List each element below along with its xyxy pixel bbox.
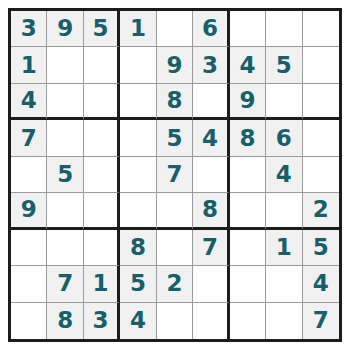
cell-r5c9[interactable] bbox=[303, 157, 339, 193]
cell-r3c7[interactable]: 9 bbox=[230, 84, 266, 120]
cell-r3c1[interactable]: 4 bbox=[11, 84, 47, 120]
cell-r2c8[interactable]: 5 bbox=[266, 47, 302, 83]
cell-r8c9[interactable]: 4 bbox=[303, 266, 339, 302]
cell-r8c2[interactable]: 7 bbox=[47, 266, 83, 302]
cell-r4c2[interactable] bbox=[47, 120, 83, 156]
cell-r6c3[interactable] bbox=[84, 193, 120, 229]
cell-r3c2[interactable] bbox=[47, 84, 83, 120]
cell-r9c9[interactable]: 7 bbox=[303, 303, 339, 339]
cell-r7c2[interactable] bbox=[47, 230, 83, 266]
cell-r1c7[interactable] bbox=[230, 11, 266, 47]
cell-r1c5[interactable] bbox=[157, 11, 193, 47]
cell-r8c7[interactable] bbox=[230, 266, 266, 302]
board-wrapper: 3951619345489754865749828715715248347 bbox=[8, 8, 342, 342]
cell-r9c5[interactable] bbox=[157, 303, 193, 339]
cell-r2c4[interactable] bbox=[120, 47, 156, 83]
cell-r8c8[interactable] bbox=[266, 266, 302, 302]
cell-r3c8[interactable] bbox=[266, 84, 302, 120]
cell-r9c1[interactable] bbox=[11, 303, 47, 339]
cell-r8c3[interactable]: 1 bbox=[84, 266, 120, 302]
cell-r7c6[interactable]: 7 bbox=[193, 230, 229, 266]
cell-r1c2[interactable]: 9 bbox=[47, 11, 83, 47]
cell-r4c6[interactable]: 4 bbox=[193, 120, 229, 156]
cell-r6c7[interactable] bbox=[230, 193, 266, 229]
cell-r5c3[interactable] bbox=[84, 157, 120, 193]
cell-r5c1[interactable] bbox=[11, 157, 47, 193]
sudoku-board: 3951619345489754865749828715715248347 bbox=[8, 8, 342, 342]
cell-r4c8[interactable]: 6 bbox=[266, 120, 302, 156]
cell-r5c7[interactable] bbox=[230, 157, 266, 193]
cell-r2c9[interactable] bbox=[303, 47, 339, 83]
cell-r2c3[interactable] bbox=[84, 47, 120, 83]
cell-r5c5[interactable]: 7 bbox=[157, 157, 193, 193]
cell-r6c5[interactable] bbox=[157, 193, 193, 229]
cell-r5c8[interactable]: 4 bbox=[266, 157, 302, 193]
cell-r6c1[interactable]: 9 bbox=[11, 193, 47, 229]
cell-r2c6[interactable]: 3 bbox=[193, 47, 229, 83]
cell-r4c9[interactable] bbox=[303, 120, 339, 156]
cell-r9c7[interactable] bbox=[230, 303, 266, 339]
cell-r7c8[interactable]: 1 bbox=[266, 230, 302, 266]
cell-r8c4[interactable]: 5 bbox=[120, 266, 156, 302]
cell-r9c3[interactable]: 3 bbox=[84, 303, 120, 339]
cell-r9c8[interactable] bbox=[266, 303, 302, 339]
cell-r1c3[interactable]: 5 bbox=[84, 11, 120, 47]
cell-r3c3[interactable] bbox=[84, 84, 120, 120]
cell-r4c5[interactable]: 5 bbox=[157, 120, 193, 156]
cell-r2c7[interactable]: 4 bbox=[230, 47, 266, 83]
cell-r1c1[interactable]: 3 bbox=[11, 11, 47, 47]
cell-r7c1[interactable] bbox=[11, 230, 47, 266]
cell-r3c5[interactable]: 8 bbox=[157, 84, 193, 120]
cell-r7c7[interactable] bbox=[230, 230, 266, 266]
cell-r2c1[interactable]: 1 bbox=[11, 47, 47, 83]
cell-r4c3[interactable] bbox=[84, 120, 120, 156]
cell-r4c4[interactable] bbox=[120, 120, 156, 156]
cell-r2c2[interactable] bbox=[47, 47, 83, 83]
cell-r6c6[interactable]: 8 bbox=[193, 193, 229, 229]
cell-r3c9[interactable] bbox=[303, 84, 339, 120]
cell-r3c4[interactable] bbox=[120, 84, 156, 120]
cell-r6c4[interactable] bbox=[120, 193, 156, 229]
cell-r1c6[interactable]: 6 bbox=[193, 11, 229, 47]
cell-r1c4[interactable]: 1 bbox=[120, 11, 156, 47]
cell-r1c9[interactable] bbox=[303, 11, 339, 47]
cell-r6c8[interactable] bbox=[266, 193, 302, 229]
cell-r3c6[interactable] bbox=[193, 84, 229, 120]
cell-r7c3[interactable] bbox=[84, 230, 120, 266]
cell-r8c5[interactable]: 2 bbox=[157, 266, 193, 302]
cell-r2c5[interactable]: 9 bbox=[157, 47, 193, 83]
cell-r7c9[interactable]: 5 bbox=[303, 230, 339, 266]
cell-r5c2[interactable]: 5 bbox=[47, 157, 83, 193]
cell-r6c2[interactable] bbox=[47, 193, 83, 229]
cell-r6c9[interactable]: 2 bbox=[303, 193, 339, 229]
cell-r7c4[interactable]: 8 bbox=[120, 230, 156, 266]
cell-r7c5[interactable] bbox=[157, 230, 193, 266]
cell-r5c6[interactable] bbox=[193, 157, 229, 193]
cell-r9c6[interactable] bbox=[193, 303, 229, 339]
cell-r9c2[interactable]: 8 bbox=[47, 303, 83, 339]
cell-r4c7[interactable]: 8 bbox=[230, 120, 266, 156]
cell-r5c4[interactable] bbox=[120, 157, 156, 193]
cell-r4c1[interactable]: 7 bbox=[11, 120, 47, 156]
cell-r8c6[interactable] bbox=[193, 266, 229, 302]
cell-r1c8[interactable] bbox=[266, 11, 302, 47]
cell-r8c1[interactable] bbox=[11, 266, 47, 302]
cell-r9c4[interactable]: 4 bbox=[120, 303, 156, 339]
